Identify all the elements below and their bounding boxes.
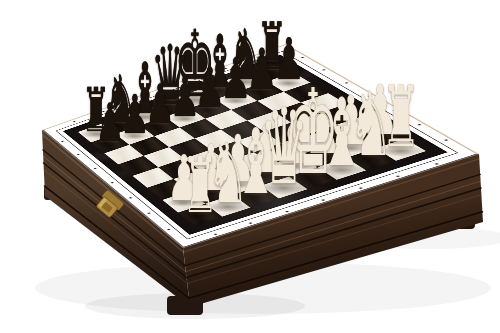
chess-set-photo: ♜♞♝♛♚♝♞♜♟♟♟♟♟♟♟♟♟♟♟♟♟♟♟♟♜♞♝♛♚♝♞♜ xyxy=(0,0,500,333)
